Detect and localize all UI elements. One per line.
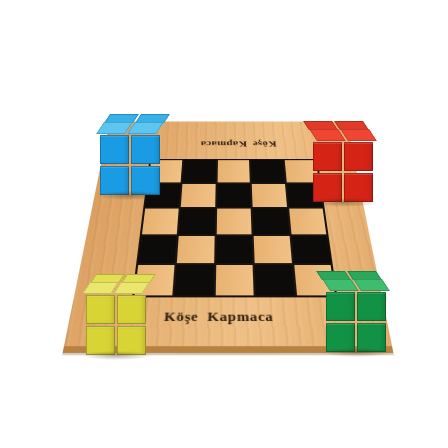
board-square[interactable] [216, 265, 254, 295]
board-square[interactable] [251, 160, 284, 182]
board-square[interactable] [252, 184, 287, 208]
cube-top-face [340, 129, 377, 141]
board-square[interactable] [253, 209, 289, 234]
board-square[interactable] [217, 209, 252, 234]
green-cube[interactable] [326, 323, 355, 352]
blue-cube[interactable] [100, 166, 129, 195]
board-square[interactable] [175, 265, 214, 295]
yellow-cube[interactable] [117, 295, 146, 324]
cube-top-row [86, 282, 148, 294]
board-square[interactable] [138, 236, 177, 264]
yellow-cube[interactable] [117, 326, 146, 355]
cube-wall [86, 295, 148, 355]
red-cube[interactable] [313, 142, 342, 171]
board-square[interactable] [183, 160, 216, 182]
cube-top-face [353, 279, 390, 291]
board-square[interactable] [254, 236, 292, 264]
board-square[interactable] [217, 184, 251, 208]
red-cube[interactable] [313, 173, 342, 202]
cube-top-row [326, 279, 388, 291]
board-square[interactable] [255, 265, 294, 295]
cube-top-face [127, 122, 164, 134]
yellow-cube[interactable] [86, 326, 115, 355]
board-square[interactable] [217, 160, 250, 182]
title-top-text: Köşe Kapmaca [200, 139, 277, 149]
green-cube[interactable] [357, 292, 386, 321]
cube-tray-top-right[interactable] [313, 121, 375, 202]
cube-wall [326, 292, 388, 352]
blue-cube[interactable] [131, 166, 160, 195]
cube-top-face [113, 282, 150, 294]
green-cube[interactable] [326, 292, 355, 321]
board-square[interactable] [179, 209, 215, 234]
board-square[interactable] [142, 209, 179, 234]
board-square[interactable] [291, 236, 330, 264]
cube-tray-bottom-left[interactable] [86, 274, 148, 355]
yellow-cube[interactable] [86, 295, 115, 324]
cube-top-row [313, 129, 375, 141]
board-square[interactable] [181, 184, 215, 208]
red-cube[interactable] [344, 173, 373, 202]
cube-wall [313, 142, 375, 202]
red-cube[interactable] [344, 142, 373, 171]
cube-top-row [100, 122, 162, 134]
board-square[interactable] [177, 236, 214, 264]
green-cube[interactable] [357, 323, 386, 352]
checkerboard-grid [132, 159, 337, 297]
board-square[interactable] [289, 209, 327, 234]
blue-cube[interactable] [100, 135, 129, 164]
blue-cube[interactable] [131, 135, 160, 164]
cube-wall [100, 135, 162, 195]
title-bottom-text: Köşe Kapmaca [164, 309, 274, 326]
photo-stage: Köşe Kapmaca Köşe Kapmaca [0, 0, 448, 448]
cube-tray-top-left[interactable] [100, 114, 162, 195]
cube-tray-bottom-right[interactable] [326, 271, 388, 352]
board-square[interactable] [216, 236, 253, 264]
